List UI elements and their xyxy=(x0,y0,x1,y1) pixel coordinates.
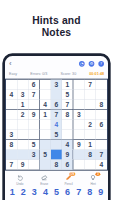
sudoku-cell-r3c4[interactable]: 4 xyxy=(40,100,51,110)
toolbar: Undo Erase ON Pencil 3 xyxy=(5,174,108,185)
sudoku-cell-r7c9[interactable] xyxy=(96,140,107,150)
sudoku-cell-r3c3[interactable] xyxy=(28,100,39,110)
pencil-button[interactable]: ON Pencil xyxy=(59,174,79,185)
palette-icon[interactable]: ◔ xyxy=(79,61,85,67)
numpad-digit-6[interactable]: 6 xyxy=(65,187,70,197)
sudoku-cell-r2c3[interactable]: 7 xyxy=(28,90,39,100)
sudoku-cell-r1c9[interactable] xyxy=(96,80,107,90)
numpad-digit-5[interactable]: 5 xyxy=(54,187,59,197)
sudoku-cell-r9c2[interactable]: 9 xyxy=(17,160,28,170)
sudoku-cell-r2c2[interactable]: 3 xyxy=(17,90,28,100)
hint-button[interactable]: 3 Hint xyxy=(83,174,103,185)
sudoku-cell-r6c9[interactable] xyxy=(96,130,107,140)
gear-icon[interactable]: ⚙ xyxy=(89,61,95,67)
sudoku-cell-r2c4[interactable] xyxy=(40,90,51,100)
sudoku-cell-r1c8[interactable]: 7 xyxy=(85,80,96,90)
sudoku-cell-r6c5[interactable]: 5 xyxy=(51,130,62,140)
sudoku-cell-r9c4[interactable] xyxy=(40,160,51,170)
sudoku-cell-r8c8[interactable]: 8 xyxy=(85,150,96,160)
sudoku-cell-r4c9[interactable] xyxy=(96,110,107,120)
sudoku-cell-r8c1[interactable] xyxy=(6,150,17,160)
screenshot-root: Hints and Notes ‹ ◔ ⚙ ? Easy Errors: 0/3… xyxy=(0,14,113,200)
stats-row: Easy Errors: 0/3 Score: 30 00:01:48 xyxy=(5,69,108,78)
sudoku-cell-r7c4[interactable] xyxy=(40,140,51,150)
errors-label: Errors: 0/3 xyxy=(30,72,47,76)
app-bar-icons: ◔ ⚙ ? xyxy=(79,61,104,67)
sudoku-cell-r3c6[interactable]: 7 xyxy=(62,100,73,110)
sudoku-cell-r4c2[interactable]: 2 xyxy=(17,110,28,120)
sudoku-cell-r8c4[interactable]: 5 xyxy=(40,150,51,160)
sudoku-cell-r9c1[interactable]: 7 xyxy=(6,160,17,170)
sudoku-cell-r6c6[interactable] xyxy=(62,130,73,140)
sudoku-cell-r4c8[interactable] xyxy=(85,110,96,120)
sudoku-cell-r1c2[interactable] xyxy=(17,80,28,90)
sudoku-cell-r6c1[interactable]: 3 xyxy=(6,130,17,140)
sudoku-cell-r4c1[interactable] xyxy=(6,110,17,120)
sudoku-cell-r5c6[interactable] xyxy=(62,120,73,130)
sudoku-cell-r8c3[interactable]: 3 xyxy=(28,150,39,160)
sudoku-cell-r5c7[interactable] xyxy=(73,120,84,130)
sudoku-cell-r7c3[interactable]: 5 xyxy=(28,140,39,150)
sudoku-cell-r5c5[interactable]: 4 xyxy=(51,120,62,130)
pencil-label: Pencil xyxy=(65,182,73,185)
erase-button[interactable]: Erase xyxy=(34,174,54,185)
sudoku-cell-r6c4[interactable] xyxy=(40,130,51,140)
hint-label: Hint xyxy=(90,182,95,185)
page-title: Hints and Notes xyxy=(0,14,113,39)
sudoku-cell-r3c5[interactable]: 6 xyxy=(51,100,62,110)
undo-button[interactable]: Undo xyxy=(10,174,30,185)
sudoku-cell-r1c1[interactable] xyxy=(6,80,17,90)
eraser-icon xyxy=(41,174,48,181)
sudoku-cell-r5c1[interactable] xyxy=(6,120,17,130)
sudoku-cell-r7c1[interactable]: 8 xyxy=(6,140,17,150)
sudoku-cell-r2c5[interactable] xyxy=(51,90,62,100)
sudoku-cell-r1c4[interactable] xyxy=(40,80,51,90)
sudoku-cell-r8c7[interactable] xyxy=(73,150,84,160)
sudoku-cell-r3c8[interactable] xyxy=(85,100,96,110)
sudoku-cell-r7c5[interactable] xyxy=(51,140,62,150)
sudoku-cell-r1c7[interactable] xyxy=(73,80,84,90)
sudoku-cell-r8c6[interactable]: 9 xyxy=(62,150,73,160)
phone-mockup: ‹ ◔ ⚙ ? Easy Errors: 0/3 Score: 30 00:01… xyxy=(2,53,110,200)
sudoku-cell-r2c9[interactable] xyxy=(96,90,107,100)
sudoku-cell-r8c2[interactable] xyxy=(17,150,28,160)
numpad-digit-8[interactable]: 8 xyxy=(87,187,92,197)
pencil-mode-badge: ON xyxy=(69,172,75,175)
sudoku-cell-r9c5[interactable]: 8 xyxy=(51,160,62,170)
sudoku-cell-r6c8[interactable] xyxy=(85,130,96,140)
sudoku-cell-r5c2[interactable] xyxy=(17,120,28,130)
numpad-digit-3[interactable]: 3 xyxy=(32,187,37,197)
number-pad: 123456789 xyxy=(5,185,108,197)
sudoku-cell-r6c3[interactable] xyxy=(28,130,39,140)
sudoku-board: 631743751467829178342635854913598779864 xyxy=(5,79,108,171)
sudoku-cell-r7c2[interactable] xyxy=(17,140,28,150)
sudoku-cell-r8c5[interactable] xyxy=(51,150,62,160)
sudoku-cell-r2c1[interactable]: 4 xyxy=(6,90,17,100)
sudoku-cell-r6c7[interactable] xyxy=(73,130,84,140)
sudoku-cell-r1c6[interactable]: 1 xyxy=(62,80,73,90)
sudoku-cell-r9c7[interactable] xyxy=(73,160,84,170)
sudoku-cell-r7c8[interactable]: 1 xyxy=(85,140,96,150)
sudoku-cell-r2c6[interactable]: 5 xyxy=(62,90,73,100)
sudoku-cell-r3c2[interactable]: 1 xyxy=(17,100,28,110)
numpad-digit-4[interactable]: 4 xyxy=(43,187,48,197)
numpad-digit-2[interactable]: 2 xyxy=(21,187,26,197)
back-chevron-icon[interactable]: ‹ xyxy=(9,60,12,68)
sudoku-cell-r5c9[interactable]: 6 xyxy=(96,120,107,130)
timer-label[interactable]: 00:01:48 xyxy=(89,72,104,76)
sudoku-cell-r5c8[interactable]: 2 xyxy=(85,120,96,130)
sudoku-cell-r7c6[interactable]: 4 xyxy=(62,140,73,150)
score-label: Score: 30 xyxy=(61,72,77,76)
sudoku-cell-r7c7[interactable]: 9 xyxy=(73,140,84,150)
sudoku-cell-r5c4[interactable] xyxy=(40,120,51,130)
erase-label: Erase xyxy=(40,182,48,185)
hint-count-badge: 3 xyxy=(95,172,100,176)
sudoku-cell-r4c6[interactable]: 8 xyxy=(62,110,73,120)
help-icon[interactable]: ? xyxy=(98,61,104,67)
sudoku-cell-r1c3[interactable]: 6 xyxy=(28,80,39,90)
page-title-line2: Notes xyxy=(0,27,113,40)
sudoku-cell-r9c6[interactable]: 6 xyxy=(62,160,73,170)
sudoku-cell-r3c9[interactable]: 8 xyxy=(96,100,107,110)
sudoku-cell-r5c3[interactable] xyxy=(28,120,39,130)
sudoku-cell-r4c5[interactable]: 7 xyxy=(51,110,62,120)
difficulty-label[interactable]: Easy xyxy=(9,72,17,76)
sudoku-cell-r8c9[interactable]: 7 xyxy=(96,150,107,160)
sudoku-cell-r9c8[interactable] xyxy=(85,160,96,170)
undo-icon xyxy=(16,174,23,181)
sudoku-cell-r9c3[interactable] xyxy=(28,160,39,170)
sudoku-cell-r4c7[interactable]: 3 xyxy=(73,110,84,120)
numpad-digit-9[interactable]: 9 xyxy=(98,187,103,197)
sudoku-cell-r2c7[interactable] xyxy=(73,90,84,100)
undo-label: Undo xyxy=(16,182,23,185)
sudoku-cell-r1c5[interactable]: 3 xyxy=(51,80,62,90)
sudoku-cell-r3c7[interactable] xyxy=(73,100,84,110)
sudoku-cell-r9c9[interactable]: 4 xyxy=(96,160,107,170)
sudoku-cell-r2c8[interactable] xyxy=(85,90,96,100)
sudoku-cell-r6c2[interactable] xyxy=(17,130,28,140)
sudoku-cell-r4c3[interactable]: 9 xyxy=(28,110,39,120)
numpad-digit-7[interactable]: 7 xyxy=(76,187,81,197)
sudoku-cell-r3c1[interactable] xyxy=(6,100,17,110)
app-bar: ‹ ◔ ⚙ ? xyxy=(5,56,108,69)
page-title-line1: Hints and xyxy=(0,14,113,27)
numpad-digit-1[interactable]: 1 xyxy=(10,187,15,197)
sudoku-cell-r4c4[interactable]: 1 xyxy=(40,110,51,120)
